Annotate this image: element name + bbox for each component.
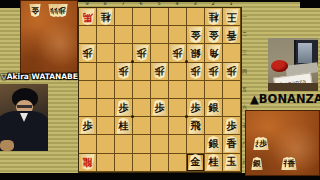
square-5d[interactable]: 歩 <box>151 63 169 81</box>
square-1h[interactable]: 香 <box>223 135 241 153</box>
square-2b[interactable]: 金 <box>205 26 223 44</box>
square-4h[interactable] <box>169 135 187 153</box>
square-2e[interactable] <box>205 81 223 99</box>
rank-label-2: 二 <box>242 25 247 43</box>
piece-gote-N[interactable]: 桂 <box>206 9 221 25</box>
square-9e[interactable] <box>79 81 97 99</box>
square-8e[interactable] <box>97 81 115 99</box>
square-1e[interactable] <box>223 81 241 99</box>
broadcast-screen: { "game": "shogi", "players": { "gote": … <box>0 0 320 180</box>
square-6f[interactable] <box>133 99 151 117</box>
square-6i[interactable] <box>133 154 151 172</box>
piece-sente-N[interactable]: 桂 <box>206 154 221 170</box>
square-5h[interactable] <box>151 135 169 153</box>
piece-gote-S[interactable]: 銀 <box>188 45 203 61</box>
square-5e[interactable] <box>151 81 169 99</box>
square-5a[interactable] <box>151 8 169 26</box>
piece-gote-P[interactable]: 歩 <box>80 45 95 61</box>
piece-gote-K[interactable]: 王 <box>224 9 239 25</box>
star-point <box>185 115 188 118</box>
piece-gote-G[interactable]: 金 <box>206 27 221 43</box>
gote-captured-tray: 金歩歩歩 <box>20 0 78 74</box>
square-6e[interactable] <box>133 81 151 99</box>
piece-gote-P[interactable]: 歩 <box>224 63 239 79</box>
shogi-board: 馬桂桂王金金香歩歩歩銀角歩歩歩歩歩歩歩歩銀歩桂飛歩銀香龍金桂玉 <box>78 7 242 173</box>
square-6a[interactable] <box>133 8 151 26</box>
square-3f[interactable]: 歩 <box>187 99 205 117</box>
square-8g[interactable] <box>97 117 115 135</box>
rank-label-3: 三 <box>242 43 247 61</box>
file-label-2: 2 <box>204 0 222 7</box>
piece-sente-K[interactable]: 玉 <box>224 154 239 170</box>
square-2c[interactable]: 角 <box>205 44 223 62</box>
piece-gote-promoted-B[interactable]: 馬 <box>80 9 95 25</box>
table-edge <box>268 83 318 91</box>
sente-player-label: ▲BONANZA <box>250 92 320 106</box>
square-7g[interactable]: 桂 <box>115 117 133 135</box>
piece-gote-P[interactable]: 歩 <box>116 63 131 79</box>
file-label-6: 6 <box>132 0 150 7</box>
square-3d[interactable]: 歩 <box>187 63 205 81</box>
square-9b[interactable] <box>79 26 97 44</box>
square-2d[interactable]: 歩 <box>205 63 223 81</box>
file-label-5: 5 <box>150 0 168 7</box>
square-7f[interactable]: 歩 <box>115 99 133 117</box>
top-left-corner <box>0 0 20 8</box>
square-6g[interactable] <box>133 117 151 135</box>
sente-captured-tray: 歩歩銀香香 <box>245 110 320 176</box>
piece-gote-P[interactable]: 歩 <box>170 45 185 61</box>
square-4b[interactable] <box>169 26 187 44</box>
square-5i[interactable] <box>151 154 169 172</box>
board-grid: 馬桂桂王金金香歩歩歩銀角歩歩歩歩歩歩歩歩銀歩桂飛歩銀香龍金桂玉 <box>78 7 242 173</box>
piece-sente-S[interactable]: 銀 <box>206 136 221 152</box>
square-3g[interactable]: 飛 <box>187 117 205 135</box>
file-label-3: 3 <box>186 0 204 7</box>
square-1a[interactable]: 王 <box>223 8 241 26</box>
square-1f[interactable] <box>223 99 241 117</box>
square-5g[interactable] <box>151 117 169 135</box>
watanabe-hands <box>0 140 14 151</box>
square-5f[interactable]: 歩 <box>151 99 169 117</box>
red-object <box>271 60 288 72</box>
square-6b[interactable] <box>133 26 151 44</box>
square-9c[interactable]: 歩 <box>79 44 97 62</box>
square-2h[interactable]: 銀 <box>205 135 223 153</box>
file-label-8: 8 <box>96 0 114 7</box>
square-2a[interactable]: 桂 <box>205 8 223 26</box>
square-7e[interactable] <box>115 81 133 99</box>
square-8h[interactable] <box>97 135 115 153</box>
square-4d[interactable] <box>169 63 187 81</box>
star-point <box>131 115 134 118</box>
square-3e[interactable] <box>187 81 205 99</box>
square-3c[interactable]: 銀 <box>187 44 205 62</box>
square-8i[interactable] <box>97 154 115 172</box>
file-label-7: 7 <box>114 0 132 7</box>
piece-sente-R[interactable]: 飛 <box>188 118 203 134</box>
piece-gote-N[interactable]: 桂 <box>98 9 113 25</box>
square-4a[interactable] <box>169 8 187 26</box>
file-label-1: 1 <box>222 0 240 7</box>
square-1d[interactable]: 歩 <box>223 63 241 81</box>
square-1b[interactable]: 香 <box>223 26 241 44</box>
piece-gote-P[interactable]: 歩 <box>188 63 203 79</box>
hand-piece-S[interactable]: 銀 <box>251 157 263 170</box>
square-8b[interactable] <box>97 26 115 44</box>
star-point <box>131 60 134 63</box>
star-point <box>185 60 188 63</box>
square-9a[interactable]: 馬 <box>79 8 97 26</box>
file-label-9: 9 <box>78 0 96 7</box>
watanabe-photo <box>0 84 48 151</box>
piece-gote-L[interactable]: 香 <box>224 27 239 43</box>
watanabe-glasses <box>17 105 32 108</box>
rank-label-4: 四 <box>242 62 247 80</box>
piece-gote-P[interactable]: 歩 <box>152 63 167 79</box>
square-5b[interactable] <box>151 26 169 44</box>
file-label-4: 4 <box>168 0 186 7</box>
square-2i[interactable]: 桂 <box>205 154 223 172</box>
piece-gote-G[interactable]: 金 <box>188 27 203 43</box>
piece-sente-P[interactable]: 歩 <box>80 118 95 134</box>
square-3b[interactable]: 金 <box>187 26 205 44</box>
square-9g[interactable]: 歩 <box>79 117 97 135</box>
top-right-corner <box>300 0 320 8</box>
square-1g[interactable]: 歩 <box>223 117 241 135</box>
piece-sente-G[interactable]: 金 <box>188 154 203 170</box>
square-3i[interactable]: 金 <box>187 154 205 172</box>
square-2f[interactable]: 銀 <box>205 99 223 117</box>
square-9h[interactable] <box>79 135 97 153</box>
square-7h[interactable] <box>115 135 133 153</box>
square-4g[interactable] <box>169 117 187 135</box>
rank-label-5: 五 <box>242 80 247 98</box>
piece-gote-promoted-R[interactable]: 龍 <box>80 154 95 170</box>
square-4e[interactable] <box>169 81 187 99</box>
square-2g[interactable] <box>205 117 223 135</box>
square-4f[interactable] <box>169 99 187 117</box>
square-9i[interactable]: 龍 <box>79 154 97 172</box>
square-1c[interactable] <box>223 44 241 62</box>
bonanza-photo: bonanza <box>268 38 318 91</box>
square-6c[interactable]: 歩 <box>133 44 151 62</box>
piece-sente-P[interactable]: 歩 <box>188 100 203 116</box>
square-8d[interactable] <box>97 63 115 81</box>
square-3h[interactable] <box>187 135 205 153</box>
piece-sente-L[interactable]: 香 <box>224 136 239 152</box>
piece-sente-P[interactable]: 歩 <box>116 100 131 116</box>
square-7i[interactable] <box>115 154 133 172</box>
rank-label-1: 一 <box>242 7 247 25</box>
piece-sente-N[interactable]: 桂 <box>116 118 131 134</box>
square-3a[interactable] <box>187 8 205 26</box>
piece-sente-P[interactable]: 歩 <box>224 118 239 134</box>
square-6d[interactable] <box>133 63 151 81</box>
piece-sente-P[interactable]: 歩 <box>152 100 167 116</box>
square-5c[interactable] <box>151 44 169 62</box>
square-8f[interactable] <box>97 99 115 117</box>
piece-sente-S[interactable]: 銀 <box>206 100 221 116</box>
file-labels: 987654321 <box>78 0 240 7</box>
piece-gote-P[interactable]: 歩 <box>134 45 149 61</box>
square-1i[interactable]: 玉 <box>223 154 241 172</box>
laptop-screen-glow <box>298 43 312 63</box>
piece-gote-P[interactable]: 歩 <box>206 63 221 79</box>
square-6h[interactable] <box>133 135 151 153</box>
square-7b[interactable] <box>115 26 133 44</box>
square-9f[interactable] <box>79 99 97 117</box>
hand-piece-G[interactable]: 金 <box>29 4 41 17</box>
gote-player-label: ▽Akira WATANABE <box>1 72 91 81</box>
square-8a[interactable]: 桂 <box>97 8 115 26</box>
square-4i[interactable] <box>169 154 187 172</box>
square-8c[interactable] <box>97 44 115 62</box>
square-7d[interactable]: 歩 <box>115 63 133 81</box>
square-7a[interactable] <box>115 8 133 26</box>
piece-gote-B[interactable]: 角 <box>206 45 221 61</box>
